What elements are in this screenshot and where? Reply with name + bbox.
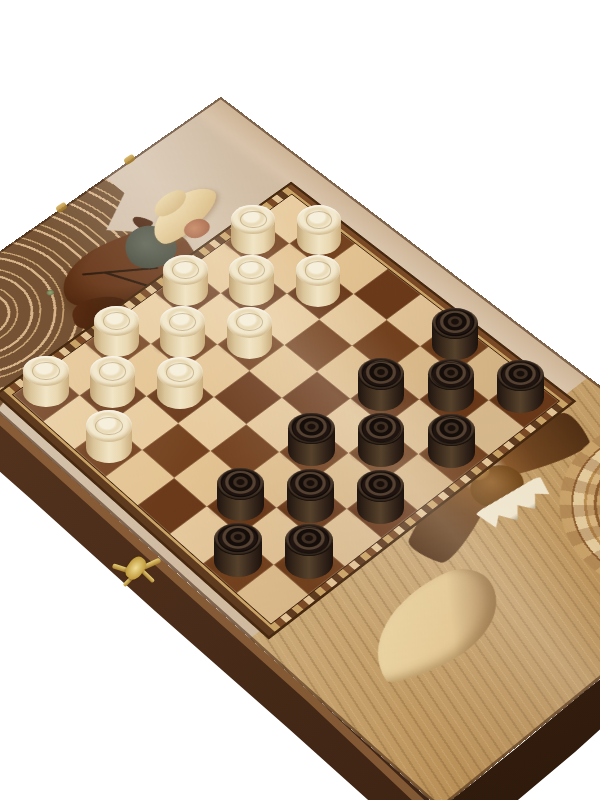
checker-white[interactable] (229, 255, 274, 308)
checker-top-face (497, 360, 543, 392)
checker-dark[interactable] (428, 414, 475, 470)
checker-dark[interactable] (497, 360, 543, 416)
checker-top-face (357, 470, 404, 502)
checker-dark[interactable] (432, 308, 478, 363)
checker-white[interactable] (163, 255, 207, 308)
checker-top-face (358, 358, 404, 389)
photo-stage (0, 0, 600, 800)
checker-white[interactable] (86, 410, 132, 465)
checker-top-face (297, 205, 341, 235)
checker-dark[interactable] (217, 468, 264, 524)
checker-top-face (288, 413, 334, 445)
checker-white[interactable] (157, 357, 203, 412)
checker-top-face (217, 468, 264, 500)
checker-top-face (160, 306, 205, 337)
checker-white[interactable] (94, 306, 139, 360)
checker-top-face (285, 524, 333, 556)
checker-top-face (157, 357, 203, 388)
checker-top-face (296, 255, 341, 285)
checker-white[interactable] (297, 205, 341, 258)
checker-dark[interactable] (285, 524, 333, 581)
checker-white[interactable] (231, 205, 275, 258)
checker-top-face (428, 414, 475, 446)
checker-dark[interactable] (428, 359, 474, 414)
checker-dark[interactable] (287, 469, 334, 526)
clasp-center (122, 554, 149, 583)
checker-top-face (23, 356, 68, 387)
checker-white[interactable] (227, 307, 272, 361)
checker-white[interactable] (296, 255, 341, 309)
checker-top-face (432, 308, 478, 339)
checker-dark[interactable] (357, 470, 404, 527)
checker-dark[interactable] (358, 413, 405, 469)
checker-dark[interactable] (358, 358, 404, 413)
checker-white[interactable] (23, 356, 68, 410)
clasp-latch (108, 543, 165, 596)
checker-white[interactable] (160, 306, 205, 360)
checker-top-face (358, 413, 405, 445)
checker-top-face (287, 469, 334, 501)
checker-dark[interactable] (288, 413, 334, 469)
checker-top-face (227, 307, 272, 338)
checker-white[interactable] (90, 356, 135, 410)
checker-top-face (428, 359, 474, 390)
checker-top-face (214, 523, 262, 555)
checker-top-face (163, 255, 207, 285)
checker-top-face (86, 410, 132, 441)
checker-top-face (94, 306, 139, 336)
checker-dark[interactable] (214, 523, 262, 580)
checker-top-face (229, 255, 274, 285)
